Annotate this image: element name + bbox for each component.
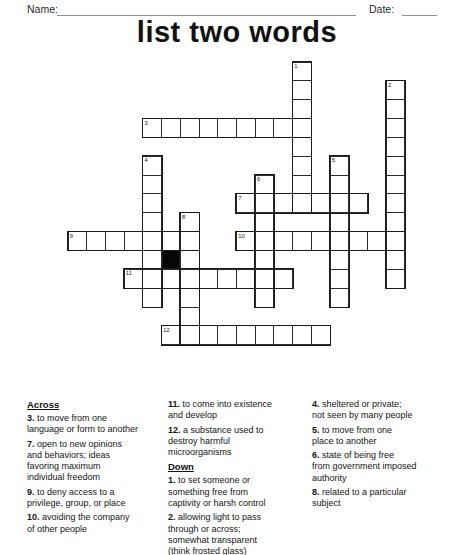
cell-number: 3: [145, 120, 148, 126]
black-cell: [161, 250, 181, 270]
grid-cell[interactable]: [273, 231, 293, 251]
grid-cell[interactable]: [386, 250, 406, 270]
clue-number: 1.: [168, 475, 176, 485]
clue-number: 5.: [312, 425, 320, 435]
clue-number: 7.: [27, 439, 35, 449]
grid-cell[interactable]: [292, 231, 312, 251]
clue-9-across: 9. to deny access to a privilege, group,…: [27, 487, 167, 510]
grid-cell[interactable]: [105, 231, 125, 251]
clue-5-down: 5. to move from one place to another: [312, 425, 470, 448]
cell-number: 5: [332, 157, 335, 163]
cell-number: 2: [388, 82, 391, 88]
grid-cell[interactable]: [124, 231, 144, 251]
grid-cell[interactable]: [142, 212, 162, 232]
name-label: Name:: [27, 3, 58, 15]
grid-cell[interactable]: [255, 250, 275, 270]
grid-cell[interactable]: 2: [386, 80, 406, 100]
grid-cell[interactable]: [348, 231, 368, 251]
grid-cell[interactable]: [86, 231, 106, 251]
grid-cell[interactable]: [386, 99, 406, 119]
worksheet-page: Name: Date: list two words 1234567891011…: [0, 0, 474, 555]
grid-cell[interactable]: [292, 99, 312, 119]
across-heading: Across: [27, 399, 167, 411]
clue-2-down: 2. allowing light to pass through or acr…: [168, 512, 310, 555]
grid-cell[interactable]: [330, 175, 350, 195]
clue-10-across: 10. avoiding the company of other people: [27, 512, 167, 535]
grid-cell[interactable]: [217, 118, 237, 138]
cell-number: 12: [163, 327, 169, 333]
grid-cell[interactable]: [180, 231, 200, 251]
grid-cell[interactable]: [292, 193, 312, 213]
clue-text: a substance used to destroy harmful micr…: [168, 425, 264, 458]
clue-column-1: Across3. to move from one language or fo…: [27, 399, 167, 538]
grid-cell[interactable]: [180, 307, 200, 327]
clue-text: to move from one language or form to ano…: [27, 413, 138, 434]
puzzle-title: list two words: [0, 16, 474, 49]
grid-cell[interactable]: 9: [68, 231, 88, 251]
clue-text: to move from one place to another: [312, 425, 392, 446]
cell-number: 9: [70, 233, 73, 239]
grid-cell[interactable]: [255, 325, 275, 345]
grid-cell[interactable]: [386, 269, 406, 289]
grid-cell[interactable]: [273, 269, 293, 289]
clue-text: state of being free from government impo…: [312, 450, 417, 483]
cell-number: 8: [182, 214, 185, 220]
grid-cell[interactable]: 4: [142, 156, 162, 176]
clue-text: to set someone or something free from ca…: [168, 475, 266, 508]
down-heading: Down: [168, 461, 310, 473]
grid-cell[interactable]: [311, 193, 331, 213]
clue-text: to deny access to a privilege, group, or…: [27, 487, 126, 508]
date-label: Date:: [369, 3, 394, 15]
clue-3-across: 3. to move from one language or form to …: [27, 413, 167, 436]
grid-cell[interactable]: [367, 231, 387, 251]
clue-column-2: 11. to come into existence and develop12…: [168, 399, 310, 555]
clue-4-down: 4. sheltered or private; not seen by man…: [312, 399, 470, 422]
grid-cell[interactable]: [142, 175, 162, 195]
grid-cell[interactable]: [386, 231, 406, 251]
grid-cell[interactable]: [255, 193, 275, 213]
clue-8-down: 8. related to a particular subject: [312, 487, 470, 510]
grid-cell[interactable]: [330, 288, 350, 308]
grid-cell[interactable]: [292, 156, 312, 176]
cell-number: 6: [257, 176, 260, 182]
cell-number: 7: [238, 195, 241, 201]
grid-cell[interactable]: 1: [292, 62, 312, 82]
grid-cell[interactable]: [199, 269, 219, 289]
clue-number: 2.: [168, 512, 176, 522]
clue-1-down: 1. to set someone or something free from…: [168, 475, 310, 509]
grid-cell[interactable]: [255, 231, 275, 251]
grid-cell[interactable]: 5: [330, 156, 350, 176]
grid-cell[interactable]: [142, 231, 162, 251]
grid-cell[interactable]: [330, 193, 350, 213]
grid-cell[interactable]: [386, 175, 406, 195]
cell-number: 11: [126, 270, 132, 276]
grid-cell[interactable]: 8: [180, 212, 200, 232]
grid-cell[interactable]: [180, 288, 200, 308]
grid-cell[interactable]: [386, 156, 406, 176]
clue-text: sheltered or private; not seen by many p…: [312, 399, 413, 420]
grid-cell[interactable]: [142, 193, 162, 213]
clue-column-3: 4. sheltered or private; not seen by man…: [312, 399, 470, 513]
grid-cell[interactable]: [161, 231, 181, 251]
grid-cell[interactable]: [161, 269, 181, 289]
grid-cell[interactable]: [330, 269, 350, 289]
grid-cell[interactable]: 12: [161, 325, 181, 345]
grid-cell[interactable]: 6: [255, 175, 275, 195]
clue-text: open to new opinions and behaviors; idea…: [27, 439, 122, 483]
grid-cell[interactable]: [255, 288, 275, 308]
grid-cell[interactable]: [199, 118, 219, 138]
grid-cell[interactable]: [255, 212, 275, 232]
grid-cell[interactable]: [386, 193, 406, 213]
clue-12-across: 12. a substance used to destroy harmful …: [168, 425, 310, 459]
grid-cell[interactable]: [273, 193, 293, 213]
grid-cell[interactable]: [330, 250, 350, 270]
grid-cell[interactable]: [292, 137, 312, 157]
grid-cell[interactable]: [311, 231, 331, 251]
grid-cell[interactable]: [386, 137, 406, 157]
grid-cell[interactable]: 10: [236, 231, 256, 251]
grid-cell[interactable]: [292, 118, 312, 138]
grid-cell[interactable]: [236, 325, 256, 345]
grid-cell[interactable]: [255, 118, 275, 138]
clue-number: 4.: [312, 399, 320, 409]
clue-number: 9.: [27, 487, 35, 497]
cell-number: 4: [145, 157, 148, 163]
grid-cell[interactable]: 11: [124, 269, 144, 289]
grid-cell[interactable]: [180, 325, 200, 345]
grid-cell[interactable]: [142, 250, 162, 270]
grid-cell[interactable]: [161, 118, 181, 138]
clue-number: 3.: [27, 413, 35, 423]
clue-text: to come into existence and develop: [168, 399, 272, 420]
grid-cell[interactable]: [273, 118, 293, 138]
grid-cell[interactable]: [199, 325, 219, 345]
clue-text: related to a particular subject: [312, 487, 407, 508]
grid-cell[interactable]: [292, 175, 312, 195]
grid-cell[interactable]: [142, 288, 162, 308]
grid-cell[interactable]: [292, 325, 312, 345]
grid-cell[interactable]: [217, 269, 237, 289]
clue-number: 6.: [312, 450, 320, 460]
grid-cell[interactable]: [236, 269, 256, 289]
crossword-grid: 123456789101112: [68, 62, 407, 346]
grid-cell[interactable]: [292, 80, 312, 100]
grid-cell[interactable]: [180, 269, 200, 289]
grid-cell[interactable]: [142, 269, 162, 289]
cell-number: 1: [294, 63, 297, 69]
clue-number: 10.: [27, 512, 40, 522]
clue-7-across: 7. open to new opinions and behaviors; i…: [27, 439, 167, 484]
clue-number: 8.: [312, 487, 320, 497]
grid-cell[interactable]: [236, 118, 256, 138]
grid-cell[interactable]: [386, 118, 406, 138]
grid-cell[interactable]: [217, 325, 237, 345]
grid-cell[interactable]: [311, 325, 331, 345]
grid-cell[interactable]: [330, 212, 350, 232]
clue-number: 12.: [168, 425, 181, 435]
grid-cell[interactable]: [386, 212, 406, 232]
grid-cell[interactable]: [255, 269, 275, 289]
clue-11-across: 11. to come into existence and develop: [168, 399, 310, 422]
cell-number: 10: [238, 233, 244, 239]
clue-text: avoiding the company of other people: [27, 512, 130, 533]
grid-cell[interactable]: 7: [236, 193, 256, 213]
clue-6-down: 6. state of being free from government i…: [312, 450, 470, 484]
clue-text: allowing light to pass through or across…: [168, 512, 261, 555]
grid-cell[interactable]: 3: [142, 118, 162, 138]
grid-cell[interactable]: [348, 193, 368, 213]
grid-cell[interactable]: [330, 231, 350, 251]
grid-cell[interactable]: [273, 325, 293, 345]
grid-cell[interactable]: [180, 118, 200, 138]
clue-number: 11.: [168, 399, 180, 409]
grid-cell[interactable]: [180, 250, 200, 270]
